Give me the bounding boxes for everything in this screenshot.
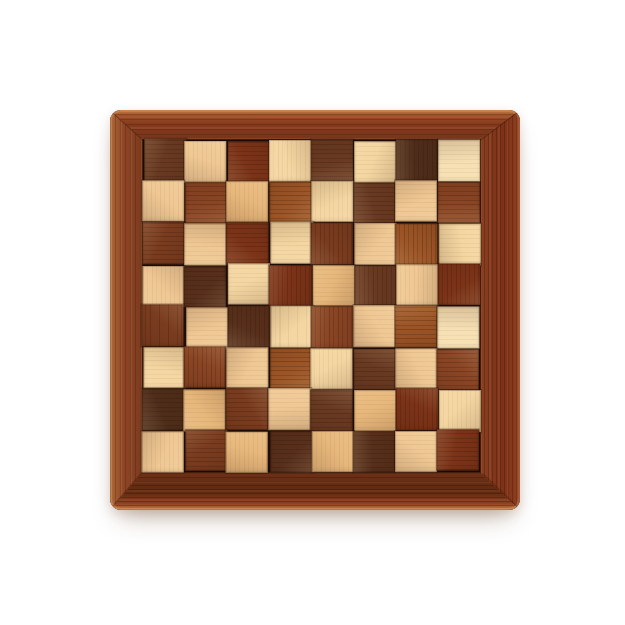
- square-d7: [270, 181, 312, 223]
- board-frame-bottom: [110, 472, 520, 510]
- square-f3: [353, 349, 395, 391]
- square-a2: [142, 388, 184, 430]
- square-c4: [228, 306, 270, 348]
- square-f1: [353, 431, 395, 473]
- square-d8: [269, 140, 311, 182]
- chessboard-grid: [143, 140, 480, 472]
- square-e1: [311, 431, 353, 473]
- square-d5: [269, 265, 311, 307]
- square-a6: [143, 222, 185, 264]
- square-h3: [437, 349, 479, 391]
- square-a7: [142, 180, 184, 222]
- square-d4: [271, 306, 313, 348]
- square-h1: [437, 429, 479, 471]
- square-h7: [438, 182, 480, 224]
- square-f4: [353, 305, 395, 347]
- square-b3: [184, 346, 226, 388]
- square-b8: [184, 141, 226, 183]
- wooden-chessboard: [110, 110, 520, 510]
- product-photo-background: [0, 0, 625, 625]
- board-frame-left: [110, 110, 143, 510]
- square-c5: [228, 263, 270, 305]
- square-c7: [226, 181, 268, 223]
- square-g1: [395, 431, 437, 473]
- square-b5: [184, 266, 226, 308]
- square-e8: [311, 140, 353, 182]
- board-frame-right: [480, 110, 520, 510]
- square-c1: [226, 431, 268, 473]
- square-e2: [310, 390, 352, 432]
- square-b4: [186, 307, 228, 349]
- square-f8: [354, 141, 396, 183]
- square-c2: [226, 388, 268, 430]
- square-a3: [144, 347, 186, 389]
- square-b1: [186, 429, 228, 471]
- square-e4: [311, 306, 353, 348]
- square-g7: [395, 180, 437, 222]
- square-d1: [271, 431, 313, 473]
- square-a4: [142, 305, 184, 347]
- square-e3: [310, 348, 352, 390]
- square-d2: [269, 388, 311, 430]
- square-h4: [437, 307, 479, 349]
- square-e5: [312, 265, 354, 307]
- board-frame-top: [110, 110, 520, 140]
- square-g8: [396, 140, 438, 182]
- square-g3: [395, 348, 437, 390]
- square-c8: [228, 141, 270, 183]
- square-h2: [439, 390, 481, 432]
- square-g6: [395, 224, 437, 266]
- square-a8: [145, 139, 187, 181]
- square-h5: [438, 263, 480, 305]
- square-h8: [438, 140, 480, 182]
- square-g5: [396, 264, 438, 306]
- square-c3: [227, 347, 269, 389]
- square-a5: [143, 266, 185, 308]
- square-f2: [354, 390, 396, 432]
- square-a1: [142, 431, 184, 473]
- square-g4: [395, 306, 437, 348]
- square-b6: [184, 223, 226, 265]
- square-e7: [311, 180, 353, 222]
- square-e6: [310, 223, 352, 265]
- square-g2: [396, 388, 438, 430]
- square-c6: [227, 223, 269, 265]
- square-f7: [354, 182, 396, 224]
- square-f5: [355, 265, 397, 307]
- square-f6: [354, 223, 396, 265]
- square-h6: [439, 224, 481, 266]
- square-d6: [271, 222, 313, 264]
- square-d3: [271, 348, 313, 390]
- square-b7: [185, 182, 227, 224]
- square-b2: [184, 390, 226, 432]
